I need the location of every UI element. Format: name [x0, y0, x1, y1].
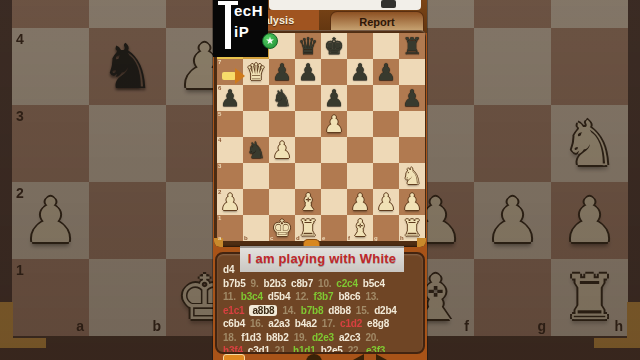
rank-label: 1	[218, 215, 221, 221]
move-number: 19.	[294, 332, 307, 343]
square-d2[interactable]: ♝	[295, 189, 321, 215]
move-token[interactable]: f3b7	[314, 291, 334, 302]
chess-analysis-app: Analysis Report ecH iP 8♜♛♚♜7♛♟♟♟♟6♟♞♟♟5…	[213, 0, 427, 360]
white-pawn-e5[interactable]: ♟	[321, 111, 347, 137]
move-token[interactable]: d2b4	[374, 305, 397, 316]
square-d6[interactable]	[295, 85, 321, 111]
square-h6[interactable]: ♟	[399, 85, 425, 111]
white-king-c1[interactable]: ♚	[269, 215, 295, 241]
file-label: g	[374, 235, 378, 241]
white-bishop-d2[interactable]: ♝	[295, 189, 321, 215]
move-token[interactable]: b2b3	[264, 278, 287, 289]
square-d4[interactable]	[295, 137, 321, 163]
move-number: 12.	[295, 291, 308, 302]
move-number: 15.	[356, 305, 369, 316]
move-number: 13.	[365, 291, 378, 302]
black-pawn-f7[interactable]: ♟	[347, 59, 373, 85]
square-f7[interactable]: ♟	[347, 59, 373, 85]
white-pawn-a2[interactable]: ♟	[217, 189, 243, 215]
move-token[interactable]: b8b2	[266, 332, 289, 343]
square-g3[interactable]	[373, 163, 399, 189]
square-a1[interactable]: 1a	[217, 215, 243, 241]
move-token[interactable]: a2a3	[268, 318, 289, 329]
move-number: 11.	[223, 291, 236, 302]
move-token[interactable]: d4	[223, 264, 234, 275]
move-token-selected[interactable]: a8b8	[249, 305, 277, 316]
white-rook-d1[interactable]: ♜	[295, 215, 321, 241]
white-knight-h3[interactable]: ♞	[399, 163, 425, 189]
black-pawn-d7[interactable]: ♟	[295, 59, 321, 85]
black-knight-c6[interactable]: ♞	[269, 85, 295, 111]
move-line-7: h3f4c3d121.h1d1b2e522.e3f3	[217, 342, 423, 354]
square-f6[interactable]	[347, 85, 373, 111]
square-e7[interactable]	[321, 59, 347, 85]
logo-text-bottom: iP	[234, 23, 249, 40]
square-h1[interactable]: h♜	[399, 215, 425, 241]
square-e8[interactable]: ♚	[321, 33, 347, 59]
square-b4[interactable]: ♞	[243, 137, 269, 163]
square-b5[interactable]	[243, 111, 269, 137]
file-label: e	[322, 235, 325, 241]
move-line-6: 18.f1d3b8b219.d2e3a2c320.	[217, 329, 423, 343]
move-token[interactable]: e1c1	[223, 305, 244, 316]
move-token[interactable]: c2c4	[336, 278, 357, 289]
square-a3[interactable]: 3	[217, 163, 243, 189]
next-move-button[interactable]	[376, 354, 387, 360]
square-h8[interactable]: ♜	[399, 33, 425, 59]
square-h7[interactable]	[399, 59, 425, 85]
board-frame: 8♜♛♚♜7♛♟♟♟♟6♟♞♟♟5♟4♞♟3♞2♟♝♟♟♟1abc♚d♜ef♝g…	[214, 30, 426, 247]
square-f8[interactable]	[347, 33, 373, 59]
black-pawn-c7[interactable]: ♟	[269, 59, 295, 85]
square-e3[interactable]	[321, 163, 347, 189]
white-pawn-g2[interactable]: ♟	[373, 189, 399, 215]
square-d7[interactable]: ♟	[295, 59, 321, 85]
white-pawn-f2[interactable]: ♟	[347, 189, 373, 215]
square-b2[interactable]	[243, 189, 269, 215]
move-token[interactable]: b7b5	[223, 278, 246, 289]
best-move-star-icon: ★	[262, 33, 278, 49]
square-e1[interactable]: e	[321, 215, 347, 241]
square-e4[interactable]	[321, 137, 347, 163]
rank-label: 4	[218, 137, 221, 143]
move-number: 10.	[318, 278, 331, 289]
black-pawn-a6[interactable]: ♟	[217, 85, 243, 111]
move-number: 22.	[348, 345, 361, 354]
square-g2[interactable]: ♟	[373, 189, 399, 215]
square-a2[interactable]: 2♟	[217, 189, 243, 215]
move-token[interactable]: b8c6	[338, 291, 360, 302]
move-token[interactable]: h1d1	[293, 345, 316, 354]
move-number: 20.	[365, 332, 378, 343]
square-f3[interactable]	[347, 163, 373, 189]
square-c2[interactable]	[269, 189, 295, 215]
move-token[interactable]: h3f4	[223, 345, 243, 354]
move-token[interactable]: b2e5	[321, 345, 343, 354]
square-a4[interactable]: 4	[217, 137, 243, 163]
move-token[interactable]: f1d3	[241, 332, 261, 343]
toolbar-orange-button[interactable]	[223, 354, 245, 360]
square-d3[interactable]	[295, 163, 321, 189]
move-token[interactable]: c8b7	[291, 278, 313, 289]
move-token[interactable]: d2e3	[312, 332, 334, 343]
menu-icon[interactable]	[381, 0, 396, 8]
move-token[interactable]: b4a2	[295, 318, 317, 329]
white-pawn-c4[interactable]: ♟	[269, 137, 295, 163]
square-a6[interactable]: 6♟	[217, 85, 243, 111]
move-token[interactable]: d5b4	[268, 291, 291, 302]
square-e5[interactable]: ♟	[321, 111, 347, 137]
move-line-5: c6b416.a2a3b4a217.c1d2e8g8	[217, 315, 423, 329]
square-h5[interactable]	[399, 111, 425, 137]
white-bishop-f1[interactable]: ♝	[347, 215, 373, 241]
header-strip	[269, 0, 421, 10]
chess-board: 8♜♛♚♜7♛♟♟♟♟6♟♞♟♟5♟4♞♟3♞2♟♝♟♟♟1abc♚d♜ef♝g…	[217, 33, 425, 241]
move-number: 9.	[251, 278, 259, 289]
square-b3[interactable]	[243, 163, 269, 189]
move-number: 17.	[322, 318, 335, 329]
square-d8[interactable]: ♛	[295, 33, 321, 59]
square-b1[interactable]: b	[243, 215, 269, 241]
square-c6[interactable]: ♞	[269, 85, 295, 111]
square-c7[interactable]: ♟	[269, 59, 295, 85]
move-token[interactable]: c1d2	[340, 318, 362, 329]
logo-text-top: ecH	[234, 2, 263, 19]
square-g4[interactable]	[373, 137, 399, 163]
move-number: 14.	[282, 305, 295, 316]
square-a5[interactable]: 5	[217, 111, 243, 137]
tab-report-label: Report	[331, 16, 423, 28]
square-f1[interactable]: f♝	[347, 215, 373, 241]
file-label: a	[218, 235, 221, 241]
square-b6[interactable]	[243, 85, 269, 111]
black-pawn-h6[interactable]: ♟	[399, 85, 425, 111]
move-token[interactable]: b5c4	[363, 278, 385, 289]
white-queen-b7[interactable]: ♛	[243, 59, 269, 85]
move-token[interactable]: d8b8	[328, 305, 351, 316]
square-f2[interactable]: ♟	[347, 189, 373, 215]
black-king-e8[interactable]: ♚	[321, 33, 347, 59]
prev-move-button[interactable]	[353, 354, 364, 360]
move-line-4: e1c1a8b814.b7b8d8b815.d2b4	[217, 302, 423, 316]
black-knight-b4[interactable]: ♞	[243, 137, 269, 163]
square-e6[interactable]: ♟	[321, 85, 347, 111]
black-queen-d8[interactable]: ♛	[295, 33, 321, 59]
white-pawn-h2[interactable]: ♟	[399, 189, 425, 215]
toolbar-circle-button[interactable]	[306, 354, 322, 360]
move-number: 21.	[275, 345, 288, 354]
square-g1[interactable]: g	[373, 215, 399, 241]
move-token[interactable]: a2c3	[339, 332, 360, 343]
square-e2[interactable]	[321, 189, 347, 215]
square-c5[interactable]	[269, 111, 295, 137]
square-g7[interactable]: ♟	[373, 59, 399, 85]
square-b7[interactable]: ♛	[243, 59, 269, 85]
rank-label: 5	[218, 111, 221, 117]
square-h3[interactable]: ♞	[399, 163, 425, 189]
move-line-3: 11.b3c4d5b412.f3b7b8c613.	[217, 288, 423, 302]
square-f4[interactable]	[347, 137, 373, 163]
rank-label: 3	[218, 163, 221, 169]
square-g5[interactable]	[373, 111, 399, 137]
square-g8[interactable]	[373, 33, 399, 59]
move-number: 18.	[223, 332, 236, 343]
square-c4[interactable]: ♟	[269, 137, 295, 163]
square-h4[interactable]	[399, 137, 425, 163]
square-c3[interactable]	[269, 163, 295, 189]
square-f5[interactable]	[347, 111, 373, 137]
square-g6[interactable]	[373, 85, 399, 111]
move-arrow-tail	[222, 72, 236, 80]
black-pawn-e6[interactable]: ♟	[321, 85, 347, 111]
square-c1[interactable]: c♚	[269, 215, 295, 241]
move-line-2: b7b59.b2b3c8b710.c2c4b5c4	[217, 275, 423, 289]
move-number: 16.	[250, 318, 263, 329]
black-pawn-g7[interactable]: ♟	[373, 59, 399, 85]
move-token[interactable]: e3f3	[366, 345, 385, 354]
rank-label: 7	[218, 59, 221, 65]
caption-text: I am playing with White	[240, 251, 404, 266]
square-d5[interactable]	[295, 111, 321, 137]
move-token[interactable]: e8g8	[367, 318, 389, 329]
move-token[interactable]: c6b4	[223, 318, 245, 329]
logo-t-stem	[225, 3, 231, 49]
move-token[interactable]: b3c4	[241, 291, 263, 302]
white-rook-h1[interactable]: ♜	[399, 215, 425, 241]
square-h2[interactable]: ♟	[399, 189, 425, 215]
move-token[interactable]: c3d1	[248, 345, 270, 354]
techtip-logo: ecH iP	[213, 0, 268, 57]
move-arrow-head-icon	[235, 68, 245, 84]
move-token[interactable]: b7b8	[301, 305, 324, 316]
file-label: b	[244, 235, 248, 241]
caption-banner: I am playing with White	[240, 246, 404, 272]
square-d1[interactable]: d♜	[295, 215, 321, 241]
black-rook-h8[interactable]: ♜	[399, 33, 425, 59]
